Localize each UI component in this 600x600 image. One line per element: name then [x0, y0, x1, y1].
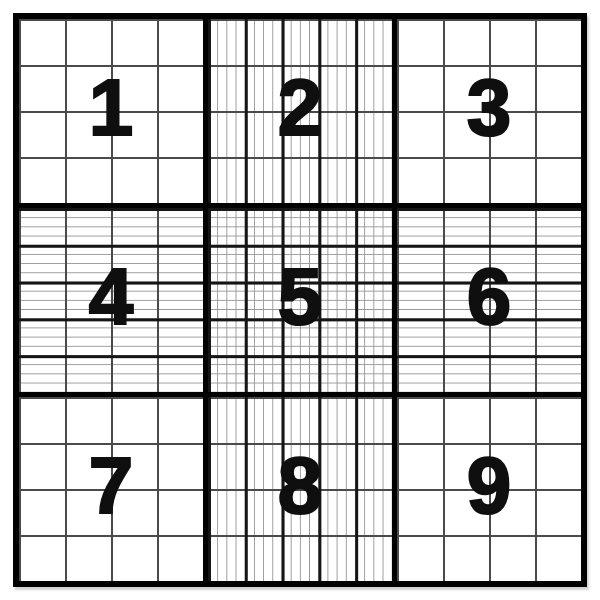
box-3: 3 [397, 19, 581, 203]
box-1-digit: 1 [89, 68, 134, 148]
sudoku-diagram: 1 2 3 4 5 6 7 8 9 [0, 0, 600, 600]
box-8: 8 [208, 397, 392, 581]
box-5: 5 [208, 208, 392, 392]
box-1: 1 [19, 19, 203, 203]
box-4: 4 [19, 208, 203, 392]
box-6: 6 [397, 208, 581, 392]
box-8-digit: 8 [278, 446, 323, 526]
box-2: 2 [208, 19, 392, 203]
sudoku-board: 1 2 3 4 5 6 7 8 9 [13, 13, 587, 587]
box-9: 9 [397, 397, 581, 581]
box-7: 7 [19, 397, 203, 581]
box-7-digit: 7 [89, 446, 134, 526]
box-5-digit: 5 [278, 257, 323, 337]
box-3-digit: 3 [467, 68, 512, 148]
box-6-digit: 6 [467, 257, 512, 337]
box-9-digit: 9 [467, 446, 512, 526]
box-4-digit: 4 [89, 257, 134, 337]
box-2-digit: 2 [278, 68, 323, 148]
